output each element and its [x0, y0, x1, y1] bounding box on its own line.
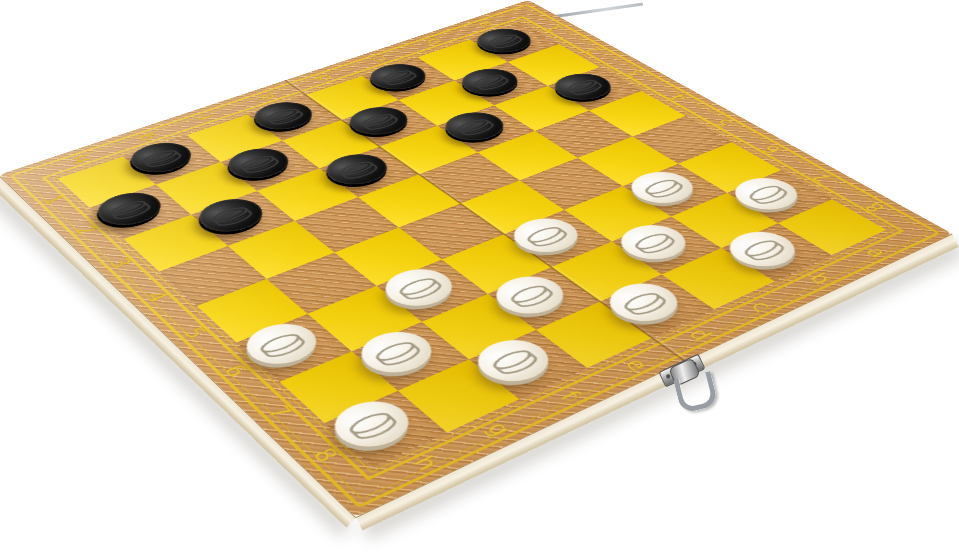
checkers-board[interactable]: hhggffeeddccbbaa1122334455667788 ⛂⛂⛂⛂⛂⛂⛂… [0, 0, 953, 518]
photo-scene: checkers hhggffeeddccbbaa112233445566778… [0, 0, 959, 560]
clasp-hook-icon [673, 371, 718, 414]
